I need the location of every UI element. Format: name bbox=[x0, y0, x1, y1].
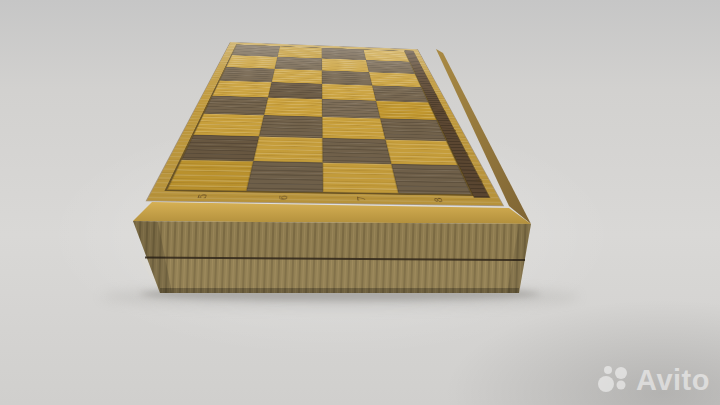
board-square bbox=[264, 97, 323, 116]
board-square bbox=[253, 136, 323, 162]
board-square bbox=[385, 139, 458, 165]
board-square bbox=[246, 161, 323, 192]
coordinate-stamp: 8 bbox=[432, 197, 444, 202]
board-square bbox=[376, 101, 437, 120]
coordinate-stamp: 3 bbox=[440, 110, 448, 113]
board-square bbox=[372, 85, 428, 102]
board-square bbox=[194, 114, 264, 137]
board-square bbox=[380, 119, 446, 141]
board-square bbox=[182, 135, 259, 161]
board-square bbox=[268, 82, 322, 99]
board-square bbox=[322, 99, 380, 118]
watermark-text: Avito bbox=[636, 364, 710, 397]
box-bottom-edge-shade bbox=[160, 288, 519, 293]
coordinate-stamp: 6 bbox=[475, 178, 486, 182]
board-square bbox=[259, 115, 323, 137]
watermark: Avito bbox=[596, 362, 710, 398]
board-square bbox=[322, 138, 390, 164]
box-front-bevel bbox=[133, 202, 531, 224]
coordinate-stamp: 4 bbox=[450, 129, 459, 132]
coordinate-stamp: 5 bbox=[196, 194, 209, 199]
coordinate-stamp: 6 bbox=[278, 195, 290, 200]
board-square bbox=[323, 162, 398, 193]
scene: 5678 123456 Avito bbox=[0, 0, 720, 405]
board-square bbox=[322, 84, 376, 101]
coordinate-stamp: 5 bbox=[461, 152, 471, 155]
board-square bbox=[167, 160, 253, 191]
board-square bbox=[322, 117, 385, 139]
coordinate-stamp: 1 bbox=[425, 79, 432, 81]
board-square bbox=[212, 80, 271, 97]
board-square bbox=[204, 96, 268, 116]
coordinate-stamp: 2 bbox=[432, 94, 439, 96]
board-square bbox=[391, 164, 471, 195]
avito-logo-icon bbox=[596, 362, 632, 398]
coordinate-stamp: 7 bbox=[356, 196, 367, 201]
box-base-tint bbox=[139, 258, 527, 293]
